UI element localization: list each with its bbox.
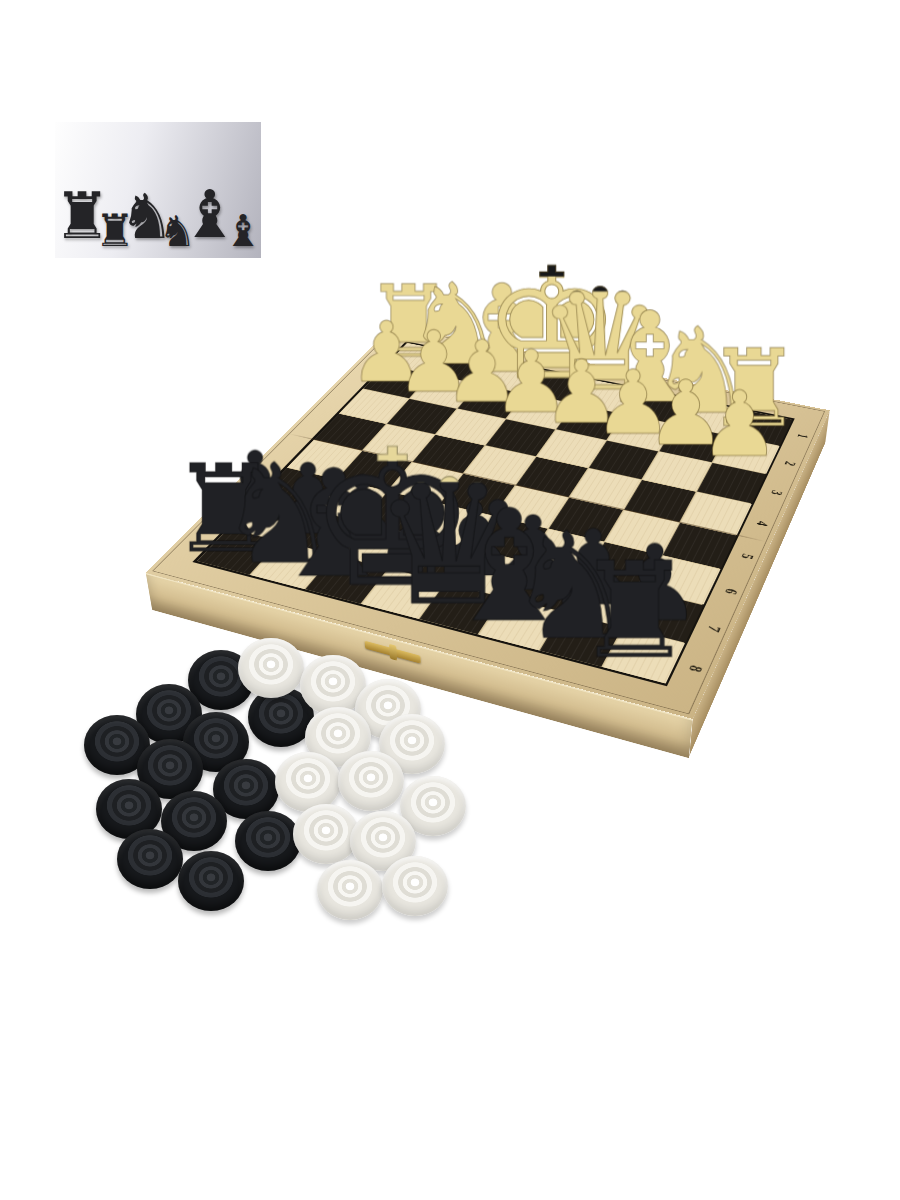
checker-black — [213, 759, 279, 819]
inset-pieces: ♜♜♞♞♝♝ — [61, 182, 255, 248]
checker-black — [117, 829, 183, 889]
inset-knight-small: ♞ — [159, 211, 197, 253]
checker-white — [305, 707, 371, 767]
checker-black — [178, 851, 244, 911]
checker-white — [379, 714, 445, 774]
checker-white — [317, 860, 383, 920]
checker-white — [350, 811, 416, 871]
product-photo: ♜♜♞♞♝♝ ♜♞♝♚♛♝♞♜♟♟♟♟♟♟♟♟♟♟♟♟♟♟♟♟♜♞♝♚♛♝♞♜ … — [0, 0, 900, 1200]
checker-black — [183, 712, 249, 772]
checker-white — [355, 679, 421, 739]
checker-black — [137, 739, 203, 799]
inset-photo-black-pieces: ♜♜♞♞♝♝ — [55, 122, 261, 258]
checker-black — [136, 684, 202, 744]
checker-white — [400, 776, 466, 836]
checker-white — [382, 856, 448, 916]
checker-black — [235, 811, 301, 871]
inset-bishop-small: ♝ — [223, 209, 262, 253]
checker-black — [96, 779, 162, 839]
checker-white — [293, 804, 359, 864]
checker-black — [84, 715, 150, 775]
checker-white — [338, 751, 404, 811]
clasp — [365, 641, 421, 664]
checker-black — [161, 791, 227, 851]
board-square: ♟ — [446, 549, 526, 597]
inset-rook-small: ♜ — [95, 208, 135, 253]
chess-board: ♜♞♝♚♛♝♞♜♟♟♟♟♟♟♟♟♟♟♟♟♟♟♟♟♜♞♝♚♛♝♞♜ 1234567… — [146, 325, 830, 719]
checker-black — [248, 687, 314, 747]
checker-white — [275, 752, 341, 812]
checker-black — [188, 650, 254, 710]
